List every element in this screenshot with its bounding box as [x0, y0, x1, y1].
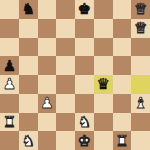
chess-board: ♞♚♛♛♟♟♛♟♝♜♞♞♚♜	[0, 0, 150, 150]
square-h6[interactable]	[131, 38, 150, 57]
square-h8[interactable]: ♛	[131, 0, 150, 19]
square-f1[interactable]	[94, 131, 113, 150]
white-pawn-piece[interactable]: ♟	[40, 94, 53, 112]
white-bishop-piece[interactable]: ♝	[134, 94, 147, 112]
square-g3[interactable]	[113, 94, 132, 113]
square-b6[interactable]	[19, 38, 38, 57]
square-c4[interactable]	[38, 75, 57, 94]
black-knight-piece[interactable]: ♞	[21, 0, 34, 18]
square-e8[interactable]: ♚	[75, 0, 94, 19]
square-f3[interactable]	[94, 94, 113, 113]
square-g2[interactable]	[113, 113, 132, 132]
white-king-piece[interactable]: ♚	[78, 131, 91, 149]
square-b2[interactable]	[19, 113, 38, 132]
square-b3[interactable]	[19, 94, 38, 113]
square-a4[interactable]: ♟	[0, 75, 19, 94]
square-g5[interactable]	[113, 56, 132, 75]
white-rook-piece[interactable]: ♜	[115, 131, 128, 149]
square-g1[interactable]: ♜	[113, 131, 132, 150]
square-h2[interactable]	[131, 113, 150, 132]
square-g8[interactable]	[113, 0, 132, 19]
square-c8[interactable]	[38, 0, 57, 19]
square-f7[interactable]	[94, 19, 113, 38]
square-e6[interactable]	[75, 38, 94, 57]
square-g6[interactable]	[113, 38, 132, 57]
square-a2[interactable]: ♜	[0, 113, 19, 132]
square-a6[interactable]	[0, 38, 19, 57]
square-g4[interactable]	[113, 75, 132, 94]
square-h7[interactable]: ♛	[131, 19, 150, 38]
square-h3[interactable]: ♝	[131, 94, 150, 113]
white-knight-piece[interactable]: ♞	[78, 113, 91, 131]
square-a8[interactable]	[0, 0, 19, 19]
square-c7[interactable]	[38, 19, 57, 38]
white-pawn-piece[interactable]: ♟	[3, 75, 16, 93]
square-d4[interactable]	[56, 75, 75, 94]
square-f2[interactable]	[94, 113, 113, 132]
square-d6[interactable]	[56, 38, 75, 57]
white-rook-piece[interactable]: ♜	[3, 113, 16, 131]
white-knight-piece[interactable]: ♞	[21, 131, 34, 149]
square-c6[interactable]	[38, 38, 57, 57]
square-e7[interactable]	[75, 19, 94, 38]
square-d2[interactable]	[56, 113, 75, 132]
square-f5[interactable]	[94, 56, 113, 75]
square-b5[interactable]	[19, 56, 38, 75]
square-a3[interactable]	[0, 94, 19, 113]
square-c1[interactable]	[38, 131, 57, 150]
square-e1[interactable]: ♚	[75, 131, 94, 150]
square-h4[interactable]	[131, 75, 150, 94]
white-queen-piece[interactable]: ♛	[134, 0, 147, 18]
square-a1[interactable]	[0, 131, 19, 150]
square-e3[interactable]	[75, 94, 94, 113]
square-e2[interactable]: ♞	[75, 113, 94, 132]
black-queen-piece[interactable]: ♛	[96, 75, 109, 93]
square-h1[interactable]	[131, 131, 150, 150]
square-a5[interactable]: ♟	[0, 56, 19, 75]
square-f8[interactable]	[94, 0, 113, 19]
white-queen-piece[interactable]: ♛	[134, 19, 147, 37]
square-d3[interactable]	[56, 94, 75, 113]
square-d5[interactable]	[56, 56, 75, 75]
square-e4[interactable]	[75, 75, 94, 94]
square-b1[interactable]: ♞	[19, 131, 38, 150]
square-f6[interactable]	[94, 38, 113, 57]
square-b4[interactable]	[19, 75, 38, 94]
square-f4[interactable]: ♛	[94, 75, 113, 94]
square-c5[interactable]	[38, 56, 57, 75]
square-b7[interactable]	[19, 19, 38, 38]
square-h5[interactable]	[131, 56, 150, 75]
square-d8[interactable]	[56, 0, 75, 19]
square-b8[interactable]: ♞	[19, 0, 38, 19]
black-king-piece[interactable]: ♚	[78, 0, 91, 18]
square-d7[interactable]	[56, 19, 75, 38]
black-pawn-piece[interactable]: ♟	[3, 56, 16, 74]
square-d1[interactable]	[56, 131, 75, 150]
square-g7[interactable]	[113, 19, 132, 38]
square-a7[interactable]	[0, 19, 19, 38]
square-c2[interactable]	[38, 113, 57, 132]
square-c3[interactable]: ♟	[38, 94, 57, 113]
square-e5[interactable]	[75, 56, 94, 75]
